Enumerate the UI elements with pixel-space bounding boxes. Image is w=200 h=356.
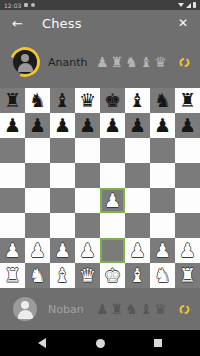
nav-back-icon[interactable] [38,338,46,348]
square-g2[interactable]: ♟ [150,238,175,263]
white-rook: ♜ [179,263,196,288]
player-bar-bottom: Noban ♟♜♞♝♛ [0,288,200,330]
bishop-icon: ♝ [140,55,153,69]
close-icon[interactable]: ✕ [178,17,188,29]
white-bishop: ♝ [129,263,146,288]
square-b4[interactable] [25,188,50,213]
white-king: ♚ [104,263,121,288]
black-knight: ♞ [29,88,46,113]
square-h5[interactable] [175,163,200,188]
square-a1[interactable]: ♜ [0,263,25,288]
square-d3[interactable] [75,213,100,238]
square-e4[interactable]: ♟ [100,188,125,213]
square-h8[interactable]: ♜ [175,88,200,113]
square-b3[interactable] [25,213,50,238]
square-d8[interactable]: ♛ [75,88,100,113]
square-c3[interactable] [50,213,75,238]
clock-text: 12:03 [4,2,21,9]
square-g4[interactable] [150,188,175,213]
square-h4[interactable] [175,188,200,213]
white-pawn: ♟ [129,238,146,263]
square-g6[interactable] [150,138,175,163]
square-h7[interactable]: ♟ [175,113,200,138]
avatar [13,297,37,321]
page-title: Chess [42,16,82,31]
white-knight: ♞ [154,263,171,288]
avatar [13,50,37,74]
black-pawn: ♟ [4,113,21,138]
square-e3[interactable] [100,213,125,238]
player-bar-top: Ananth ♟♜♞♝♛ [0,36,200,88]
square-a7[interactable]: ♟ [0,113,25,138]
app-bar: ← Chess ✕ [0,10,200,36]
black-pawn: ♟ [54,113,71,138]
square-a4[interactable] [0,188,25,213]
white-knight: ♞ [29,263,46,288]
square-g3[interactable] [150,213,175,238]
square-c6[interactable] [50,138,75,163]
square-g8[interactable]: ♞ [150,88,175,113]
swap-icon[interactable] [179,57,190,68]
square-e7[interactable]: ♟ [100,113,125,138]
nav-recents-icon[interactable] [154,339,162,347]
square-c2[interactable]: ♟ [50,238,75,263]
black-rook: ♜ [179,88,196,113]
rook-icon: ♜ [111,302,124,316]
white-pawn: ♟ [29,238,46,263]
square-g5[interactable] [150,163,175,188]
square-f5[interactable] [125,163,150,188]
black-pawn: ♟ [154,113,171,138]
white-pawn: ♟ [79,238,96,263]
square-f6[interactable] [125,138,150,163]
white-pawn: ♟ [4,238,21,263]
square-h2[interactable]: ♟ [175,238,200,263]
wifi-icon [178,3,184,7]
square-b2[interactable]: ♟ [25,238,50,263]
chess-board: ♜♞♝♛♚♝♞♜♟♟♟♟♟♟♟♟♟♟♟♟♟♟♟♟♜♞♝♛♚♝♞♜ [0,88,200,288]
black-king: ♚ [104,88,121,113]
square-b6[interactable] [25,138,50,163]
player-name-top: Ananth [48,56,90,69]
black-pawn: ♟ [179,113,196,138]
square-e5[interactable] [100,163,125,188]
white-queen: ♛ [79,263,96,288]
black-pawn: ♟ [129,113,146,138]
square-e8[interactable]: ♚ [100,88,125,113]
queen-icon: ♛ [154,302,167,316]
square-a2[interactable]: ♟ [0,238,25,263]
black-bishop: ♝ [54,88,71,113]
square-c7[interactable]: ♟ [50,113,75,138]
nav-home-icon[interactable] [96,339,105,348]
square-a5[interactable] [0,163,25,188]
battery-icon [193,2,196,8]
square-f4[interactable] [125,188,150,213]
square-a6[interactable] [0,138,25,163]
square-d6[interactable] [75,138,100,163]
square-g7[interactable]: ♟ [150,113,175,138]
square-h6[interactable] [175,138,200,163]
rook-icon: ♜ [111,55,124,69]
player-name-bottom: Noban [48,303,90,316]
square-c5[interactable] [50,163,75,188]
bishop-icon: ♝ [140,302,153,316]
square-g1[interactable]: ♞ [150,263,175,288]
square-h1[interactable]: ♜ [175,263,200,288]
black-pawn: ♟ [104,113,121,138]
black-rook: ♜ [4,88,21,113]
square-d1[interactable]: ♛ [75,263,100,288]
turn-indicator-ring [10,294,40,324]
turn-indicator-ring [5,42,45,82]
black-knight: ♞ [154,88,171,113]
white-rook: ♜ [4,263,21,288]
square-d5[interactable] [75,163,100,188]
square-e2[interactable] [100,238,125,263]
white-pawn: ♟ [54,238,71,263]
square-f8[interactable]: ♝ [125,88,150,113]
status-bar: 12:03 [0,0,200,10]
black-queen: ♛ [79,88,96,113]
square-f1[interactable]: ♝ [125,263,150,288]
square-c1[interactable]: ♝ [50,263,75,288]
black-pawn: ♟ [79,113,96,138]
square-h3[interactable] [175,213,200,238]
queen-icon: ♛ [154,55,167,69]
black-bishop: ♝ [129,88,146,113]
black-pawn: ♟ [29,113,46,138]
back-arrow-icon[interactable]: ← [12,17,23,30]
white-pawn: ♟ [104,188,121,213]
square-a8[interactable]: ♜ [0,88,25,113]
square-b8[interactable]: ♞ [25,88,50,113]
captured-pieces-tray-bottom: ♟♜♞♝♛ [96,302,167,316]
notification-icon [24,3,28,7]
square-d7[interactable]: ♟ [75,113,100,138]
square-a3[interactable] [0,213,25,238]
square-c4[interactable] [50,188,75,213]
square-d4[interactable] [75,188,100,213]
knight-icon: ♞ [125,302,138,316]
android-nav-bar [0,330,200,356]
white-pawn: ♟ [154,238,171,263]
pawn-icon: ♟ [96,302,109,316]
white-pawn: ♟ [179,238,196,263]
white-bishop: ♝ [54,263,71,288]
square-f3[interactable] [125,213,150,238]
pawn-icon: ♟ [96,55,109,69]
square-e6[interactable] [100,138,125,163]
square-f2[interactable]: ♟ [125,238,150,263]
square-f7[interactable]: ♟ [125,113,150,138]
signal-icon [186,3,191,8]
swap-icon[interactable] [179,304,190,315]
square-e1[interactable]: ♚ [100,263,125,288]
square-d2[interactable]: ♟ [75,238,100,263]
square-c8[interactable]: ♝ [50,88,75,113]
knight-icon: ♞ [125,55,138,69]
notification-icon [31,3,35,7]
square-b7[interactable]: ♟ [25,113,50,138]
square-b5[interactable] [25,163,50,188]
square-b1[interactable]: ♞ [25,263,50,288]
captured-pieces-tray-top: ♟♜♞♝♛ [96,55,167,69]
